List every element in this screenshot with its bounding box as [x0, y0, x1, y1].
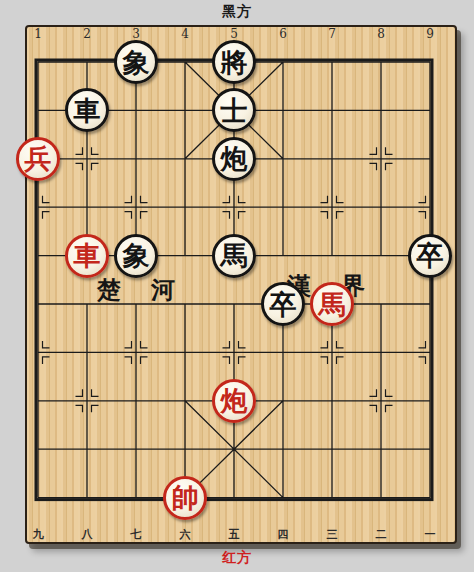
- piece-red-general[interactable]: 帥: [163, 476, 207, 520]
- piece-black-general[interactable]: 將: [212, 40, 256, 84]
- file-number-top-8: 8: [377, 27, 385, 41]
- file-number-bottom-6: 四: [278, 527, 289, 542]
- river-text-chu-he: 楚河: [97, 274, 205, 306]
- xiangqi-app: 黑方 楚河 漢界 123456789 九八七六五四三二一 象將車士兵炮車象馬卒卒…: [0, 0, 474, 572]
- file-number-bottom-8: 二: [376, 527, 387, 542]
- piece-red-soldier[interactable]: 兵: [16, 137, 60, 181]
- piece-black-advisor[interactable]: 士: [212, 88, 256, 132]
- red-side-label: 红方: [0, 549, 474, 567]
- xiangqi-board: 楚河 漢界 123456789 九八七六五四三二一 象將車士兵炮車象馬卒卒馬炮帥: [25, 25, 457, 544]
- piece-black-elephant[interactable]: 象: [114, 234, 158, 278]
- file-number-top-1: 1: [34, 27, 42, 41]
- file-number-bottom-5: 五: [229, 527, 240, 542]
- file-number-top-7: 7: [328, 27, 336, 41]
- piece-red-horse[interactable]: 馬: [310, 282, 354, 326]
- file-number-bottom-1: 九: [33, 527, 44, 542]
- file-number-top-5: 5: [230, 27, 238, 41]
- piece-black-horse[interactable]: 馬: [212, 234, 256, 278]
- piece-black-chariot[interactable]: 車: [65, 88, 109, 132]
- file-number-top-3: 3: [132, 27, 140, 41]
- file-number-bottom-4: 六: [180, 527, 191, 542]
- file-number-bottom-3: 七: [131, 527, 142, 542]
- piece-black-soldier[interactable]: 卒: [408, 234, 452, 278]
- piece-black-soldier[interactable]: 卒: [261, 282, 305, 326]
- file-number-top-6: 6: [279, 27, 287, 41]
- file-number-bottom-7: 三: [327, 527, 338, 542]
- file-number-bottom-9: 一: [425, 527, 436, 542]
- file-number-top-2: 2: [83, 27, 91, 41]
- black-side-label: 黑方: [0, 3, 474, 21]
- piece-black-cannon[interactable]: 炮: [212, 137, 256, 181]
- piece-red-chariot[interactable]: 車: [65, 234, 109, 278]
- file-number-top-9: 9: [426, 27, 434, 41]
- piece-red-cannon[interactable]: 炮: [212, 379, 256, 423]
- file-number-top-4: 4: [181, 27, 189, 41]
- piece-black-elephant[interactable]: 象: [114, 40, 158, 84]
- file-number-bottom-2: 八: [82, 527, 93, 542]
